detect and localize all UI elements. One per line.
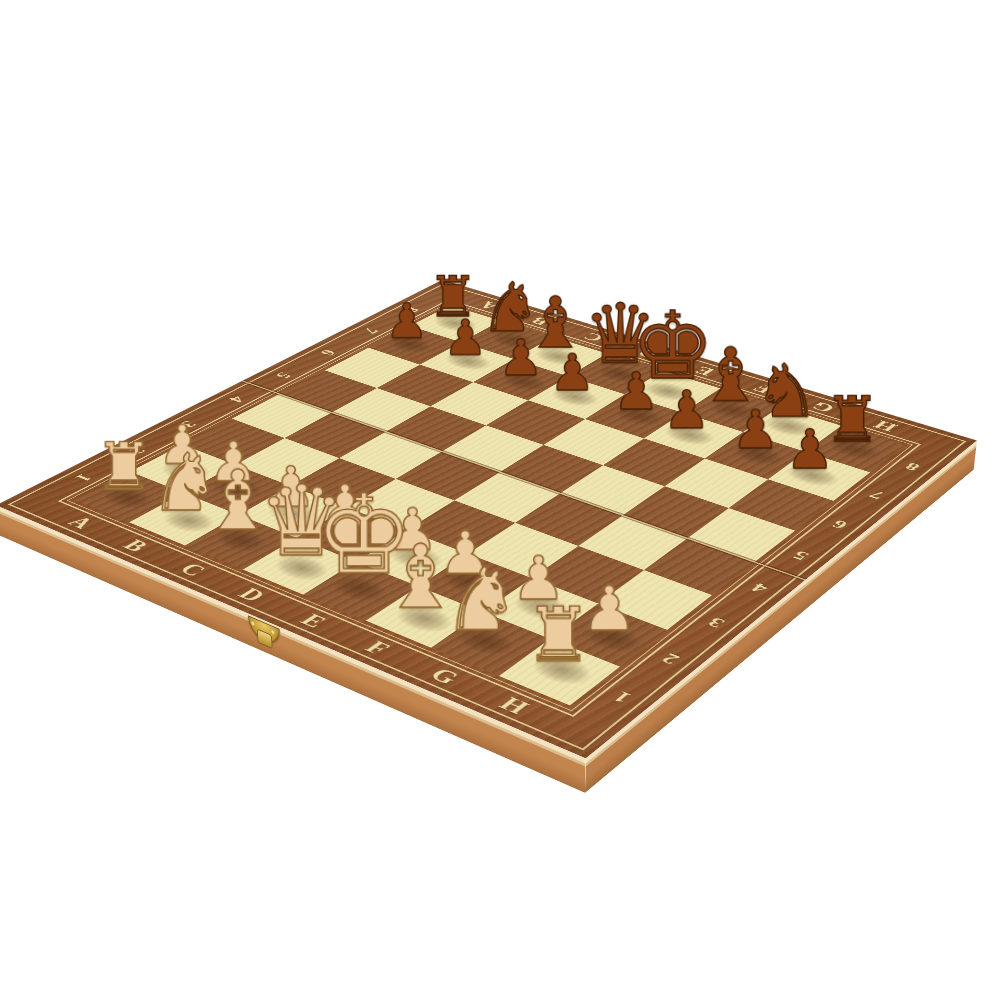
scene: AABBCCDDEEFFGGHH1122334455667788 ♜♞♝♛♚♝♞… — [0, 0, 1000, 1000]
piece-white-knight-g1[interactable]: ♞ — [439, 556, 524, 643]
piece-black-pawn-h7[interactable]: ♟ — [773, 423, 847, 477]
piece-white-rook-h1[interactable]: ♜ — [515, 597, 602, 672]
rook-glyph: ♜ — [515, 597, 602, 672]
knight-glyph: ♞ — [439, 556, 524, 643]
pawn-glyph: ♟ — [773, 423, 847, 477]
product-photo-stage: AABBCCDDEEFFGGHH1122334455667788 ♜♞♝♛♚♝♞… — [0, 0, 1000, 1000]
chess-board-3d: AABBCCDDEEFFGGHH1122334455667788 ♜♞♝♛♚♝♞… — [0, 280, 977, 759]
